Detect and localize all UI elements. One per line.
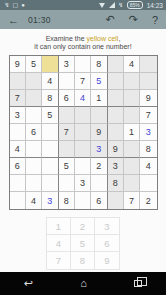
cell-r5c8[interactable]: 1 <box>124 124 140 141</box>
cell-r4c9[interactable]: 7 <box>140 107 156 124</box>
cell-r2c5[interactable]: 7 <box>75 73 91 90</box>
cell-r6c1[interactable]: 4 <box>10 141 26 158</box>
wifi-icon <box>99 3 105 8</box>
cell-r5c5[interactable] <box>75 124 91 141</box>
cell-r3c2[interactable] <box>26 90 42 107</box>
back-icon[interactable]: ← <box>8 14 19 26</box>
timer-label: 01:30 <box>28 15 51 25</box>
cell-r9c1[interactable] <box>10 192 26 209</box>
cell-r8c4[interactable] <box>59 175 75 192</box>
cell-r9c6[interactable]: 6 <box>91 192 107 209</box>
clock-label: 14:23 <box>147 2 163 9</box>
cell-r4c8[interactable] <box>124 107 140 124</box>
cell-r9c3[interactable]: 3 <box>42 192 58 209</box>
cell-r9c2[interactable]: 4 <box>26 192 42 209</box>
cell-r6c7[interactable]: 9 <box>108 141 124 158</box>
key-8[interactable]: 8 <box>71 252 95 269</box>
cell-r7c5[interactable] <box>75 158 91 175</box>
key-1[interactable]: 1 <box>47 218 71 235</box>
cell-r6c9[interactable]: 8 <box>140 141 156 158</box>
cell-r6c2[interactable] <box>26 141 42 158</box>
cell-r9c9[interactable]: 2 <box>140 192 156 209</box>
cell-r7c9[interactable]: 4 <box>140 158 156 175</box>
cell-r8c5[interactable]: 3 <box>75 175 91 192</box>
keypad-area: 123456789 <box>0 213 166 273</box>
cell-r7c1[interactable]: 6 <box>10 158 26 175</box>
key-6[interactable]: 6 <box>95 235 119 252</box>
key-5[interactable]: 5 <box>71 235 95 252</box>
key-2[interactable]: 2 <box>71 218 95 235</box>
cell-r4c3[interactable]: 5 <box>42 107 58 124</box>
cell-r9c5[interactable] <box>75 192 91 209</box>
cell-r3c9[interactable]: 9 <box>140 90 156 107</box>
app-bar: ← 01:30 ↶ ↷ ? <box>0 10 166 29</box>
cell-r2c3[interactable]: 4 <box>42 73 58 90</box>
cell-r1c6[interactable]: 8 <box>91 56 107 73</box>
keypad: 123456789 <box>46 217 120 270</box>
cell-r1c2[interactable]: 5 <box>26 56 42 73</box>
undo-icon[interactable]: ↶ <box>105 13 114 26</box>
key-7[interactable]: 7 <box>47 252 71 269</box>
key-4[interactable]: 4 <box>47 235 71 252</box>
sudoku-board: 953844757864193576791343986523438438672 <box>9 55 158 210</box>
cell-r1c3[interactable] <box>42 56 58 73</box>
cell-r4c5[interactable] <box>75 107 91 124</box>
cell-r1c5[interactable] <box>75 56 91 73</box>
cell-r3c8[interactable] <box>124 90 140 107</box>
cell-r6c4[interactable] <box>59 141 75 158</box>
cell-r5c9[interactable]: 3 <box>140 124 156 141</box>
cell-r6c3[interactable] <box>42 141 58 158</box>
cell-r9c4[interactable]: 8 <box>59 192 75 209</box>
hint-highlight: yellow cell <box>87 35 119 42</box>
charging-icon: ↯ <box>118 0 123 10</box>
cell-r7c3[interactable] <box>42 158 58 175</box>
key-9[interactable]: 9 <box>95 252 119 269</box>
cell-r2c4[interactable] <box>59 73 75 90</box>
cell-r8c2[interactable] <box>26 175 42 192</box>
cell-r3c7[interactable] <box>108 90 124 107</box>
cell-r3c5[interactable]: 4 <box>75 90 91 107</box>
cell-r7c7[interactable]: 3 <box>108 158 124 175</box>
cell-r1c9[interactable] <box>140 56 156 73</box>
cell-r1c7[interactable] <box>108 56 124 73</box>
cell-r2c1[interactable] <box>10 73 26 90</box>
cell-r4c7[interactable] <box>108 107 124 124</box>
cell-r2c7[interactable] <box>108 73 124 90</box>
cell-r5c1[interactable] <box>10 124 26 141</box>
cell-r4c2[interactable] <box>26 107 42 124</box>
cell-r6c8[interactable] <box>124 141 140 158</box>
redo-icon[interactable]: ↷ <box>129 13 138 26</box>
cell-r8c6[interactable] <box>91 175 107 192</box>
cell-r2c8[interactable] <box>124 73 140 90</box>
cell-r9c7[interactable] <box>108 192 124 209</box>
key-3[interactable]: 3 <box>95 218 119 235</box>
cell-r4c4[interactable] <box>59 107 75 124</box>
cell-r8c1[interactable] <box>10 175 26 192</box>
hint-line1: Examine the yellow cell, <box>0 35 166 43</box>
cell-r2c6[interactable]: 5 <box>91 73 107 90</box>
sim-icon: ▢ <box>13 0 19 10</box>
usb-icon: ↯ <box>5 0 10 10</box>
status-bar: ↯ ▢ ● ↯ 85% 14:23 <box>0 0 166 10</box>
cell-r5c7[interactable] <box>108 124 124 141</box>
hint-text: Examine the yellow cell, it can only con… <box>0 29 166 55</box>
help-icon[interactable]: ? <box>152 14 158 26</box>
cell-r6c6[interactable]: 3 <box>91 141 107 158</box>
cell-r3c1[interactable]: 7 <box>10 90 26 107</box>
cell-r8c8[interactable] <box>124 175 140 192</box>
cell-r5c6[interactable]: 9 <box>91 124 107 141</box>
cell-r8c3[interactable] <box>42 175 58 192</box>
cell-r3c3[interactable]: 8 <box>42 90 58 107</box>
cell-r5c4[interactable]: 7 <box>59 124 75 141</box>
cell-r1c4[interactable]: 3 <box>59 56 75 73</box>
nav-home-icon[interactable]: ⌂ <box>80 272 87 295</box>
cell-r9c8[interactable]: 7 <box>124 192 140 209</box>
cell-r4c1[interactable]: 3 <box>10 107 26 124</box>
cell-r7c4[interactable]: 5 <box>59 158 75 175</box>
nav-recents-icon[interactable] <box>134 280 142 287</box>
cell-r3c6[interactable]: 1 <box>91 90 107 107</box>
cell-r7c6[interactable]: 2 <box>91 158 107 175</box>
cell-r7c8[interactable] <box>124 158 140 175</box>
cell-r1c8[interactable]: 4 <box>124 56 140 73</box>
cell-r2c9[interactable] <box>140 73 156 90</box>
cell-r4c6[interactable] <box>91 107 107 124</box>
cell-r3c4[interactable]: 6 <box>59 90 75 107</box>
nav-bar: ↩ ⌂ <box>0 272 166 295</box>
cell-r2c2[interactable] <box>26 73 42 90</box>
hint-line2: it can only contain one number! <box>0 43 166 51</box>
cell-r6c5[interactable] <box>75 141 91 158</box>
signal-icon <box>109 2 115 8</box>
data-icon: ● <box>21 0 25 10</box>
cell-r8c9[interactable] <box>140 175 156 192</box>
nav-back-icon[interactable]: ↩ <box>24 272 33 295</box>
cell-r5c3[interactable] <box>42 124 58 141</box>
battery-icon: 85% <box>127 1 143 9</box>
cell-r7c2[interactable] <box>26 158 42 175</box>
cell-r8c7[interactable]: 8 <box>108 175 124 192</box>
board-area: 953844757864193576791343986523438438672 <box>0 55 166 213</box>
cell-r5c2[interactable]: 6 <box>26 124 42 141</box>
cell-r1c1[interactable]: 9 <box>10 56 26 73</box>
